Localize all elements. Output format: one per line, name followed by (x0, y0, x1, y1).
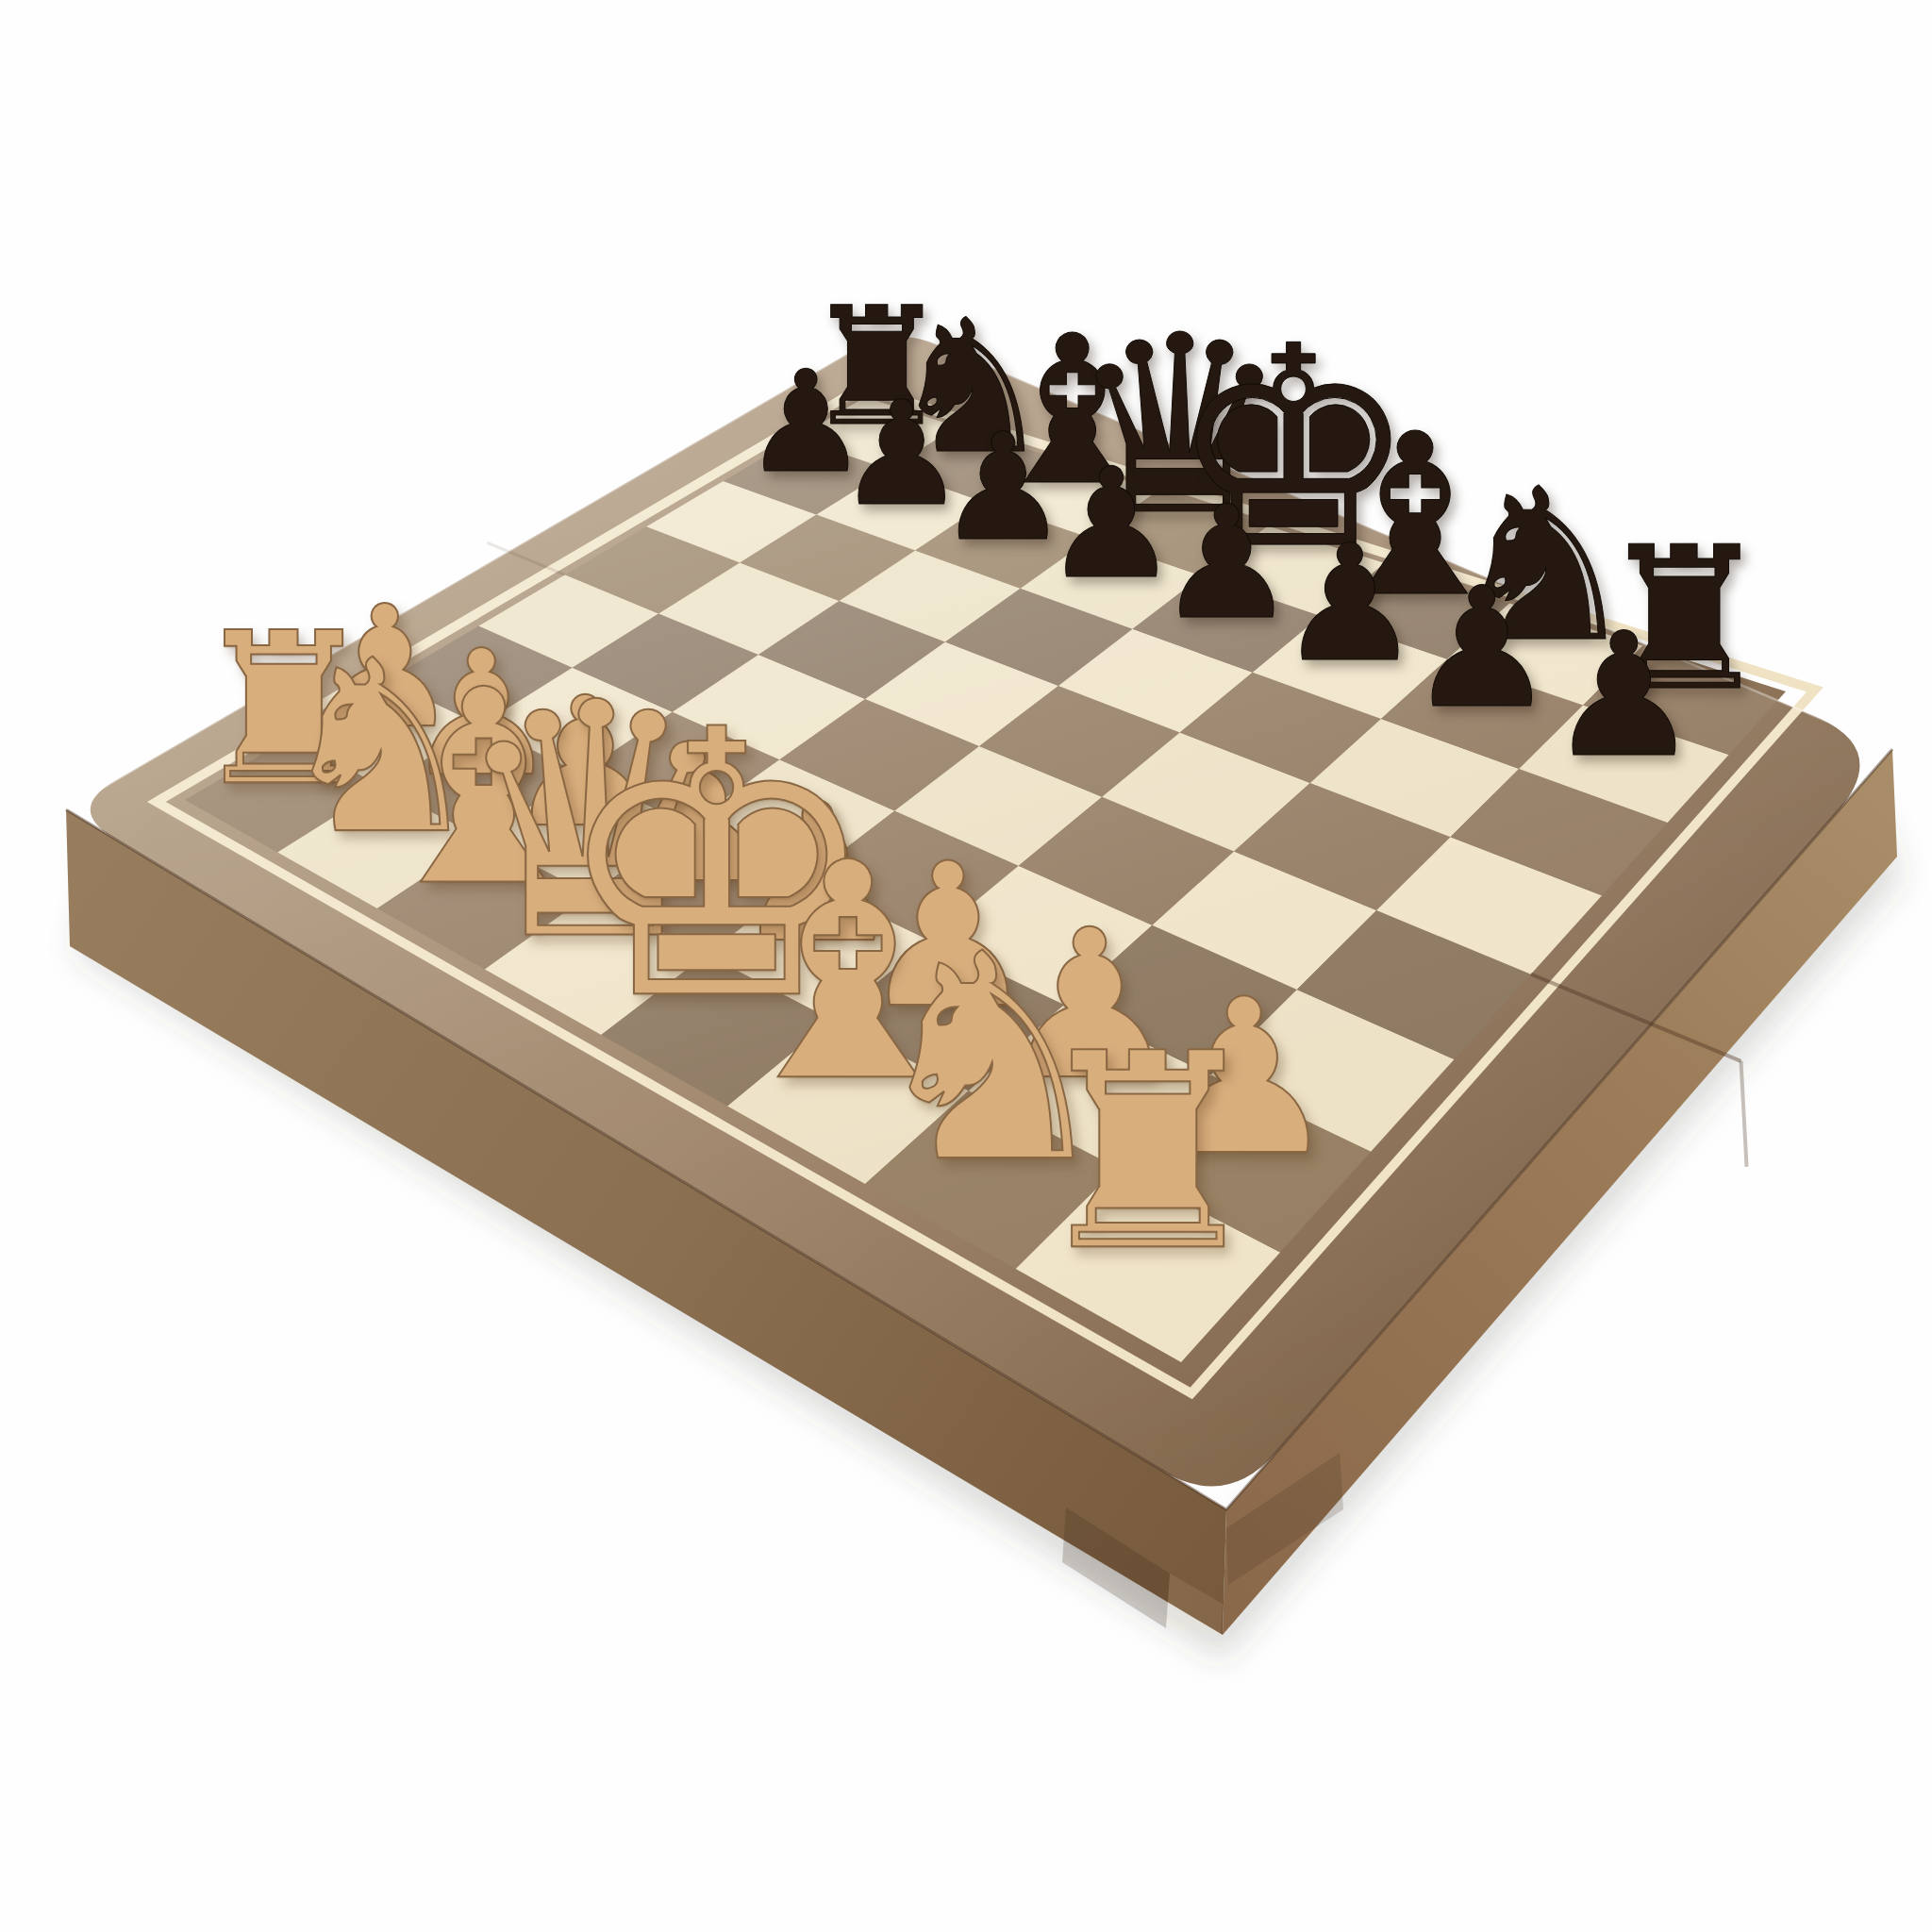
product-photo-chess-set: ♜♞♝♛♚♝♞♜♟♟♟♟♟♟♟♟♟♟♟♟♟♟♟♟♜♞♝♛♚♝♞♜ (0, 0, 1932, 1932)
chess-board (0, 0, 1932, 1932)
